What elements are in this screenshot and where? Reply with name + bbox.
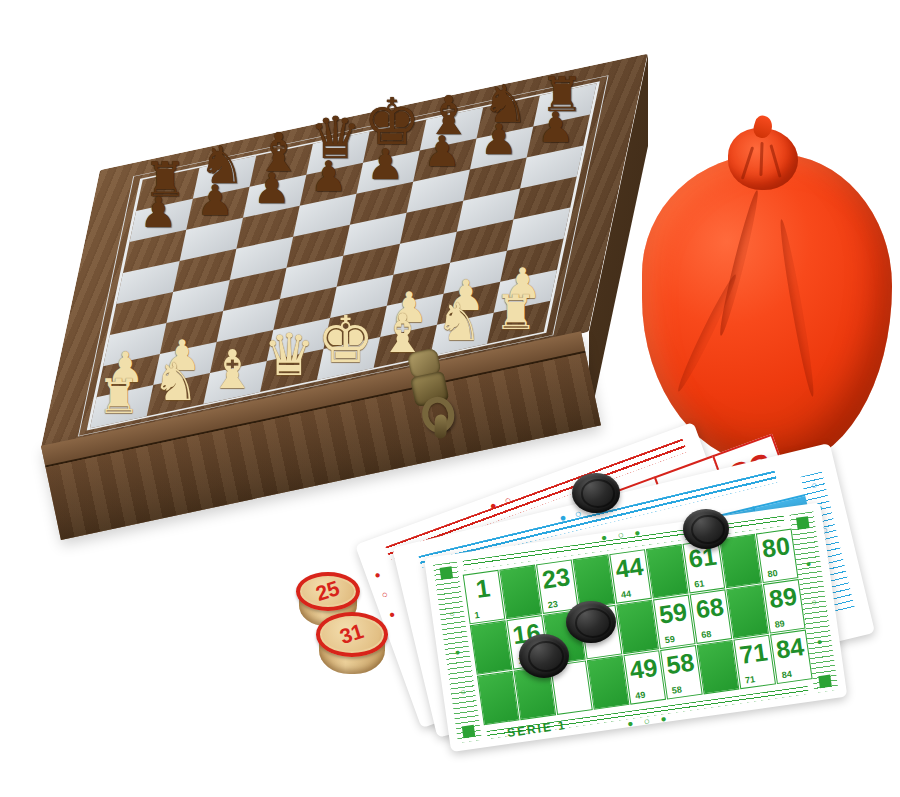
green-cell-blank bbox=[726, 584, 769, 639]
bingo-chip bbox=[519, 634, 569, 678]
green-cell-71: 7171 bbox=[733, 635, 776, 690]
piece-bb-f8: ♝ bbox=[420, 89, 478, 142]
green-cell-89: 8989 bbox=[763, 579, 806, 634]
green-cell-49: 4949 bbox=[623, 650, 666, 705]
green-cell-1: 11 bbox=[463, 570, 506, 625]
barrel-number: 31 bbox=[337, 619, 367, 649]
green-cell-blank bbox=[477, 671, 520, 726]
corner-square bbox=[440, 566, 454, 580]
corner-square bbox=[462, 725, 476, 739]
green-cell-80: 8080 bbox=[756, 529, 799, 584]
barrel-number: 25 bbox=[313, 576, 343, 606]
green-cell-23: 2323 bbox=[536, 559, 579, 614]
number-barrel-31: 31 bbox=[316, 612, 388, 674]
piece-br-h8: ♜ bbox=[533, 70, 591, 118]
green-cell-68: 6868 bbox=[690, 589, 733, 644]
product-photo-scene: ♜♞♝♛♚♝♞♜♟♟♟♟♟♟♟♟♟♟♟♟♟♜♞♝♛♚♝♞♜ ● ○ ●○● 49… bbox=[0, 0, 900, 797]
green-cell-59: 5959 bbox=[653, 595, 696, 650]
bingo-chip bbox=[572, 473, 620, 513]
green-cell-blank bbox=[697, 640, 740, 695]
barrel-top: 25 bbox=[296, 572, 360, 611]
corner-square bbox=[796, 516, 810, 530]
green-cell-blank bbox=[470, 620, 513, 675]
bingo-chip bbox=[566, 601, 616, 643]
bag-body bbox=[642, 154, 892, 466]
green-cell-blank bbox=[616, 600, 659, 655]
green-cell-44: 4444 bbox=[609, 549, 652, 604]
green-cell-blank bbox=[499, 565, 542, 620]
green-cell-blank bbox=[587, 655, 630, 710]
piece-bn-g8: ♞ bbox=[476, 78, 534, 130]
clasp-hook bbox=[434, 414, 447, 438]
corner-square bbox=[818, 675, 832, 689]
green-cell-blank bbox=[719, 534, 762, 589]
piece-bn-b8: ♞ bbox=[193, 139, 251, 191]
bingo-chip bbox=[683, 509, 729, 549]
green-cell-blank bbox=[646, 544, 689, 599]
piece-bq-d8: ♛ bbox=[306, 109, 364, 167]
piece-bk-e8: ♚ bbox=[363, 90, 421, 154]
piece-br-a8: ♜ bbox=[136, 155, 194, 203]
piece-bb-c8: ♝ bbox=[249, 126, 307, 179]
barrel-top: 31 bbox=[316, 612, 388, 657]
red-drawstring-bag bbox=[642, 128, 892, 466]
green-cell-58: 5858 bbox=[660, 645, 703, 700]
green-cell-84: 8484 bbox=[770, 630, 813, 685]
